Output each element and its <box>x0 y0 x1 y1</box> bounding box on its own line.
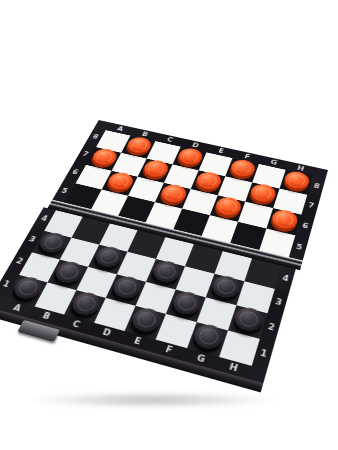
table-shadow <box>34 392 270 408</box>
checkers-board: ABCDEFGH 8765 8765 4321 4321 ABCDEFGH <box>0 120 328 394</box>
product-photo: ABCDEFGH 8765 8765 4321 4321 ABCDEFGH <box>0 0 338 450</box>
